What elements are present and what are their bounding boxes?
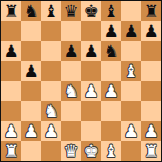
square-e8[interactable]: ♚	[81, 1, 101, 21]
square-d6[interactable]: ♟	[61, 41, 81, 61]
square-a4[interactable]	[1, 81, 21, 101]
square-c7[interactable]	[41, 21, 61, 41]
square-a1[interactable]: ♜	[1, 141, 21, 161]
square-g7[interactable]: ♟	[121, 21, 141, 41]
square-a5[interactable]	[1, 61, 21, 81]
square-a7[interactable]	[1, 21, 21, 41]
square-f6[interactable]: ♞	[101, 41, 121, 61]
square-h6[interactable]	[141, 41, 161, 61]
square-h1[interactable]: ♜	[141, 141, 161, 161]
square-c3[interactable]: ♞	[41, 101, 61, 121]
square-d1[interactable]: ♛	[61, 141, 81, 161]
square-g6[interactable]	[121, 41, 141, 61]
black-pawn[interactable]: ♟	[23, 61, 38, 81]
square-h3[interactable]	[141, 101, 161, 121]
black-bishop[interactable]: ♝	[103, 1, 118, 21]
square-f2[interactable]	[101, 121, 121, 141]
square-f5[interactable]	[101, 61, 121, 81]
square-e3[interactable]	[81, 101, 101, 121]
square-b7[interactable]	[21, 21, 41, 41]
square-h4[interactable]	[141, 81, 161, 101]
square-d2[interactable]	[61, 121, 81, 141]
square-f7[interactable]: ♟	[101, 21, 121, 41]
square-c2[interactable]: ♟	[41, 121, 61, 141]
square-h7[interactable]: ♟	[141, 21, 161, 41]
black-bishop[interactable]: ♝	[43, 1, 58, 21]
white-pawn[interactable]: ♟	[3, 121, 18, 141]
square-g1[interactable]	[121, 141, 141, 161]
black-knight[interactable]: ♞	[23, 1, 38, 21]
white-king[interactable]: ♚	[83, 141, 98, 161]
square-a6[interactable]: ♟	[1, 41, 21, 61]
black-king[interactable]: ♚	[83, 1, 98, 21]
square-c8[interactable]: ♝	[41, 1, 61, 21]
square-b4[interactable]	[21, 81, 41, 101]
square-g3[interactable]	[121, 101, 141, 121]
square-c1[interactable]	[41, 141, 61, 161]
square-d3[interactable]	[61, 101, 81, 121]
white-knight[interactable]: ♞	[63, 81, 78, 101]
square-e6[interactable]: ♟	[81, 41, 101, 61]
square-b3[interactable]	[21, 101, 41, 121]
white-pawn[interactable]: ♟	[123, 121, 138, 141]
white-pawn[interactable]: ♟	[23, 121, 38, 141]
square-b1[interactable]	[21, 141, 41, 161]
square-b8[interactable]: ♞	[21, 1, 41, 21]
white-queen[interactable]: ♛	[63, 141, 78, 161]
chess-board: ♜♞♝♛♚♝♜♟♟♟♟♟♟♞♟♝♞♟♟♞♟♟♟♟♟♜♛♚♝♜	[0, 0, 162, 162]
black-pawn[interactable]: ♟	[83, 41, 98, 61]
square-a2[interactable]: ♟	[1, 121, 21, 141]
square-e4[interactable]: ♟	[81, 81, 101, 101]
white-knight[interactable]: ♞	[43, 101, 58, 121]
black-queen[interactable]: ♛	[63, 1, 78, 21]
square-a8[interactable]: ♜	[1, 1, 21, 21]
black-pawn[interactable]: ♟	[143, 21, 158, 41]
square-d7[interactable]	[61, 21, 81, 41]
black-knight[interactable]: ♞	[103, 41, 118, 61]
square-g5[interactable]: ♝	[121, 61, 141, 81]
square-d5[interactable]	[61, 61, 81, 81]
square-g2[interactable]: ♟	[121, 121, 141, 141]
black-pawn[interactable]: ♟	[3, 41, 18, 61]
square-f3[interactable]	[101, 101, 121, 121]
square-d4[interactable]: ♞	[61, 81, 81, 101]
black-pawn[interactable]: ♟	[63, 41, 78, 61]
black-pawn[interactable]: ♟	[103, 21, 118, 41]
square-h2[interactable]: ♟	[141, 121, 161, 141]
square-f8[interactable]: ♝	[101, 1, 121, 21]
square-d8[interactable]: ♛	[61, 1, 81, 21]
square-f1[interactable]: ♝	[101, 141, 121, 161]
square-g8[interactable]	[121, 1, 141, 21]
white-rook[interactable]: ♜	[3, 141, 18, 161]
white-pawn[interactable]: ♟	[43, 121, 58, 141]
square-b2[interactable]: ♟	[21, 121, 41, 141]
white-pawn[interactable]: ♟	[83, 81, 98, 101]
square-h5[interactable]	[141, 61, 161, 81]
square-b5[interactable]: ♟	[21, 61, 41, 81]
square-e1[interactable]: ♚	[81, 141, 101, 161]
square-c6[interactable]	[41, 41, 61, 61]
square-g4[interactable]	[121, 81, 141, 101]
white-pawn[interactable]: ♟	[103, 81, 118, 101]
square-e5[interactable]	[81, 61, 101, 81]
square-e2[interactable]	[81, 121, 101, 141]
square-b6[interactable]	[21, 41, 41, 61]
square-a3[interactable]	[1, 101, 21, 121]
white-bishop[interactable]: ♝	[103, 141, 118, 161]
square-c5[interactable]	[41, 61, 61, 81]
black-rook[interactable]: ♜	[3, 1, 18, 21]
white-pawn[interactable]: ♟	[143, 121, 158, 141]
square-c4[interactable]	[41, 81, 61, 101]
square-e7[interactable]	[81, 21, 101, 41]
square-h8[interactable]: ♜	[141, 1, 161, 21]
square-f4[interactable]: ♟	[101, 81, 121, 101]
black-pawn[interactable]: ♟	[123, 21, 138, 41]
white-bishop[interactable]: ♝	[123, 61, 138, 81]
white-rook[interactable]: ♜	[143, 141, 158, 161]
black-rook[interactable]: ♜	[143, 1, 158, 21]
